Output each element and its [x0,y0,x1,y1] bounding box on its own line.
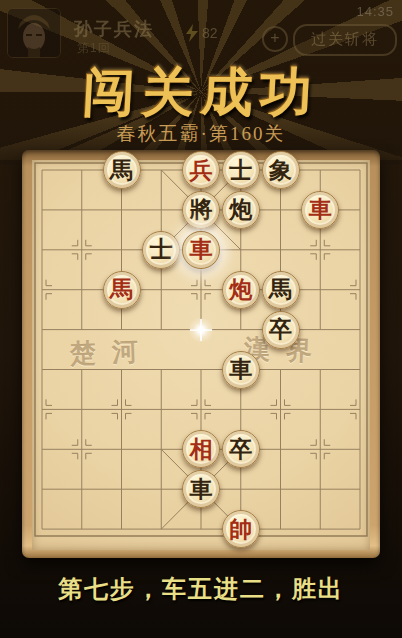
piece-士-black[interactable]: 士 [142,231,180,269]
top-bar: 孙子兵法 第1回 82 + 过关斩将 14:35 [0,0,402,62]
piece-卒-black[interactable]: 卒 [222,430,260,468]
xiangqi-board[interactable]: 楚河 漢界 馬兵士象將炮車士車馬炮馬卒車相卒車帥 [22,150,380,558]
piece-車-black[interactable]: 車 [222,351,260,389]
app-screen: 孙子兵法 第1回 82 + 过关斩将 14:35 闯关成功 春秋五霸·第160关… [0,0,402,638]
piece-將-black[interactable]: 將 [182,191,220,229]
last-move-origin-sparkle [188,317,214,343]
piece-炮-black[interactable]: 炮 [222,191,260,229]
piece-馬-red[interactable]: 馬 [103,271,141,309]
piece-馬-black[interactable]: 馬 [103,151,141,189]
piece-象-black[interactable]: 象 [262,151,300,189]
add-energy-button[interactable]: + [262,26,288,52]
piece-士-black[interactable]: 士 [222,151,260,189]
piece-馬-black[interactable]: 馬 [262,271,300,309]
piece-卒-black[interactable]: 卒 [262,311,300,349]
piece-車-red[interactable]: 車 [182,231,220,269]
success-banner-title: 闯关成功 [0,58,402,128]
energy-indicator: 82 [186,24,218,42]
level-subtitle: 春秋五霸·第160关 [0,121,402,147]
system-clock: 14:35 [356,4,394,19]
piece-車-red[interactable]: 車 [301,191,339,229]
lightning-icon [186,24,198,42]
player-sub-label: 第1回 [77,40,111,57]
avatar[interactable] [7,8,61,58]
piece-車-black[interactable]: 車 [182,470,220,508]
piece-帥-red[interactable]: 帥 [222,510,260,548]
move-caption: 第七步，车五进二，胜出 [0,566,402,612]
river-label-left: 楚河 [69,334,154,372]
piece-炮-red[interactable]: 炮 [222,271,260,309]
player-name: 孙子兵法 [74,17,154,41]
energy-value: 82 [202,25,218,41]
general-avatar-icon [8,9,60,57]
piece-兵-red[interactable]: 兵 [182,151,220,189]
mode-button[interactable]: 过关斩将 [293,24,397,56]
